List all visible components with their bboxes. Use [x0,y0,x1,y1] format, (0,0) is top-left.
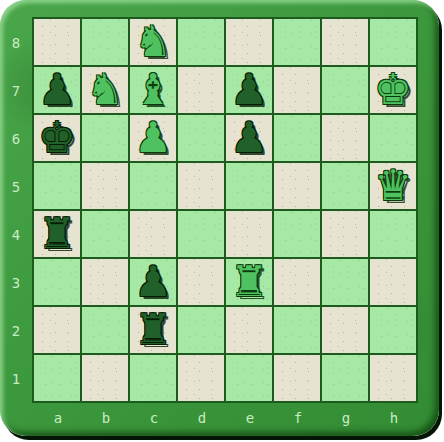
piece-black-pawn[interactable]: ♟ [230,115,268,161]
square-e6[interactable]: ♟ [226,115,272,161]
rank-label-5: 5 [0,163,32,211]
file-label-b: b [82,404,130,432]
square-c7[interactable]: ♝ [130,67,176,113]
square-c4[interactable] [130,211,176,257]
square-h7[interactable]: ♚ [370,67,416,113]
rank-label-6: 6 [0,115,32,163]
piece-white-knight[interactable]: ♞ [86,67,124,113]
square-d5[interactable] [178,163,224,209]
square-g5[interactable] [322,163,368,209]
square-c8[interactable]: ♞ [130,19,176,65]
square-d7[interactable] [178,67,224,113]
square-h6[interactable] [370,115,416,161]
rank-label-7: 7 [0,67,32,115]
chess-app: 87654321 abcdefgh ♞♟♞♝♟♚♚♟♟♛♜♟♜♜ [0,0,444,442]
square-c1[interactable] [130,355,176,401]
file-labels: abcdefgh [34,404,418,432]
square-a6[interactable]: ♚ [34,115,80,161]
square-d6[interactable] [178,115,224,161]
square-h3[interactable] [370,259,416,305]
piece-black-rook[interactable]: ♜ [134,307,172,353]
square-f8[interactable] [274,19,320,65]
file-label-d: d [178,404,226,432]
square-b6[interactable] [82,115,128,161]
rank-label-1: 1 [0,355,32,403]
square-e2[interactable] [226,307,272,353]
square-h8[interactable] [370,19,416,65]
square-b4[interactable] [82,211,128,257]
square-c2[interactable]: ♜ [130,307,176,353]
square-h1[interactable] [370,355,416,401]
piece-white-queen[interactable]: ♛ [374,163,412,209]
piece-black-king[interactable]: ♚ [38,115,76,161]
square-f1[interactable] [274,355,320,401]
square-a1[interactable] [34,355,80,401]
rank-labels: 87654321 [0,19,32,403]
file-label-e: e [226,404,274,432]
file-label-c: c [130,404,178,432]
square-c3[interactable]: ♟ [130,259,176,305]
square-f3[interactable] [274,259,320,305]
square-c5[interactable] [130,163,176,209]
square-b8[interactable] [82,19,128,65]
file-label-a: a [34,404,82,432]
square-e4[interactable] [226,211,272,257]
rank-label-3: 3 [0,259,32,307]
piece-black-pawn[interactable]: ♟ [230,67,268,113]
square-f7[interactable] [274,67,320,113]
piece-black-rook[interactable]: ♜ [38,211,76,257]
square-e1[interactable] [226,355,272,401]
piece-black-pawn[interactable]: ♟ [38,67,76,113]
square-g1[interactable] [322,355,368,401]
square-f2[interactable] [274,307,320,353]
square-b1[interactable] [82,355,128,401]
square-f4[interactable] [274,211,320,257]
square-g3[interactable] [322,259,368,305]
piece-white-king[interactable]: ♚ [374,67,412,113]
chess-board: ♞♟♞♝♟♚♚♟♟♛♜♟♜♜ [32,17,418,403]
file-label-h: h [370,404,418,432]
square-a2[interactable] [34,307,80,353]
piece-white-knight[interactable]: ♞ [134,19,172,65]
square-b5[interactable] [82,163,128,209]
file-label-g: g [322,404,370,432]
square-c6[interactable]: ♟ [130,115,176,161]
square-a5[interactable] [34,163,80,209]
square-g6[interactable] [322,115,368,161]
square-b3[interactable] [82,259,128,305]
square-b7[interactable]: ♞ [82,67,128,113]
square-g2[interactable] [322,307,368,353]
square-d2[interactable] [178,307,224,353]
square-a8[interactable] [34,19,80,65]
square-d4[interactable] [178,211,224,257]
square-e8[interactable] [226,19,272,65]
square-a7[interactable]: ♟ [34,67,80,113]
square-e5[interactable] [226,163,272,209]
square-b2[interactable] [82,307,128,353]
square-h4[interactable] [370,211,416,257]
rank-label-8: 8 [0,19,32,67]
piece-white-pawn[interactable]: ♟ [134,115,172,161]
square-f5[interactable] [274,163,320,209]
piece-white-bishop[interactable]: ♝ [134,67,172,113]
square-a4[interactable]: ♜ [34,211,80,257]
rank-label-2: 2 [0,307,32,355]
square-h2[interactable] [370,307,416,353]
piece-white-rook[interactable]: ♜ [230,259,268,305]
square-d3[interactable] [178,259,224,305]
square-g7[interactable] [322,67,368,113]
square-a3[interactable] [34,259,80,305]
square-d8[interactable] [178,19,224,65]
square-g8[interactable] [322,19,368,65]
square-d1[interactable] [178,355,224,401]
square-f6[interactable] [274,115,320,161]
rank-label-4: 4 [0,211,32,259]
piece-black-pawn[interactable]: ♟ [134,259,172,305]
square-g4[interactable] [322,211,368,257]
square-e3[interactable]: ♜ [226,259,272,305]
square-e7[interactable]: ♟ [226,67,272,113]
square-h5[interactable]: ♛ [370,163,416,209]
file-label-f: f [274,404,322,432]
